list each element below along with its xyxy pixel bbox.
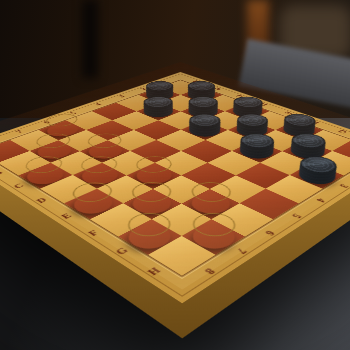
screenshot-canvas: AABBCCDDEEFFGGHH1122334455667788	[0, 0, 350, 350]
board-scene: AABBCCDDEEFFGGHH1122334455667788	[0, 0, 350, 350]
checkers-board: AABBCCDDEEFFGGHH1122334455667788	[0, 72, 350, 304]
